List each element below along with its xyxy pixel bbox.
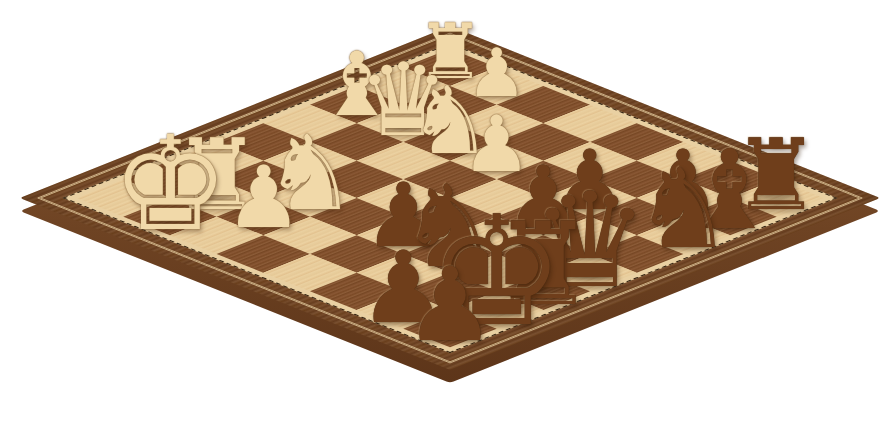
board-field (77, 49, 824, 348)
chessboard-scene: ♜♟♝♛♞♟♞♜♜♟♟♟♚♝♟♞♟♞♛♜♚♟♟ (0, 0, 894, 433)
chess-board (20, 26, 880, 370)
